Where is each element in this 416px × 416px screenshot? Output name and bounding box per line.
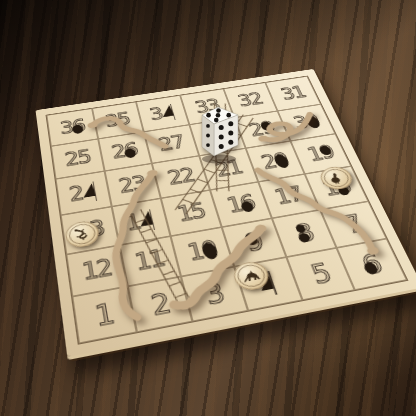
table-photo-scene: 3635333323125262728293022322212019131151… (0, 0, 416, 416)
snake-16-6 (258, 157, 380, 269)
die-pip (216, 108, 221, 113)
die-pip (216, 113, 221, 118)
board-wrap: 3635333323125262728293022322212019131151… (50, 30, 370, 350)
die-pip (206, 113, 211, 118)
snake-29-19 (252, 114, 319, 142)
die-pip (214, 118, 219, 123)
die[interactable] (194, 103, 246, 165)
die-pip (219, 125, 224, 130)
die-pip (206, 134, 210, 138)
die-pip (219, 135, 224, 140)
die-pip (226, 113, 231, 118)
die-pip (228, 140, 233, 145)
die-pip (206, 143, 210, 147)
die-pip (206, 124, 210, 128)
snake-23-12 (99, 169, 192, 319)
gecko-icon (71, 225, 93, 243)
emu-icon (324, 170, 348, 186)
die-pip (219, 144, 224, 149)
snake-9-2 (159, 224, 287, 307)
die-faces (194, 103, 246, 165)
snake-35-27 (87, 111, 165, 158)
die-pip (228, 121, 233, 126)
die-pip (228, 131, 233, 136)
kangaroo-icon (238, 265, 264, 285)
